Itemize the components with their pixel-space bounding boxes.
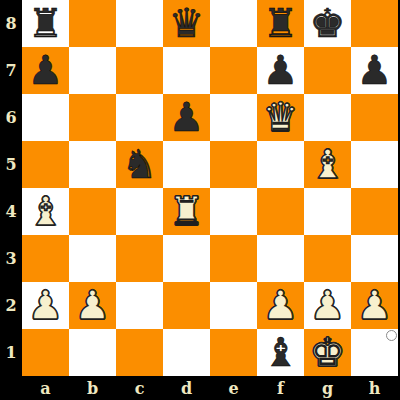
square-b4[interactable] xyxy=(69,188,116,235)
square-g7[interactable] xyxy=(304,47,351,94)
square-h8[interactable] xyxy=(351,0,398,47)
white-to-move-indicator xyxy=(386,330,397,341)
square-b6[interactable] xyxy=(69,94,116,141)
rank-label-1: 1 xyxy=(0,329,22,376)
file-labels: abcdefgh xyxy=(22,376,398,400)
rank-label-2: 2 xyxy=(0,282,22,329)
piece-black-pawn[interactable]: ♟ xyxy=(28,47,64,94)
square-a7[interactable]: ♟ xyxy=(22,47,69,94)
file-label-h: h xyxy=(351,376,398,400)
rank-label-8: 8 xyxy=(0,0,22,47)
piece-black-knight[interactable]: ♞ xyxy=(122,141,158,188)
square-e6[interactable] xyxy=(210,94,257,141)
square-a3[interactable] xyxy=(22,235,69,282)
square-d2[interactable] xyxy=(163,282,210,329)
square-h7[interactable]: ♟ xyxy=(351,47,398,94)
file-label-f: f xyxy=(257,376,304,400)
file-label-g: g xyxy=(304,376,351,400)
square-c3[interactable] xyxy=(116,235,163,282)
square-c8[interactable] xyxy=(116,0,163,47)
square-c1[interactable] xyxy=(116,329,163,376)
square-e5[interactable] xyxy=(210,141,257,188)
square-g5[interactable]: ♝ xyxy=(304,141,351,188)
square-c5[interactable]: ♞ xyxy=(116,141,163,188)
chess-diagram: 87654321 ♜♛♜♚♟♟♟♟♛♞♝♝♜♟♟♟♟♟♝♚ abcdefgh xyxy=(0,0,400,400)
piece-white-pawn[interactable]: ♟ xyxy=(310,282,346,329)
square-c2[interactable] xyxy=(116,282,163,329)
square-a5[interactable] xyxy=(22,141,69,188)
piece-black-pawn[interactable]: ♟ xyxy=(263,47,299,94)
square-f4[interactable] xyxy=(257,188,304,235)
square-b3[interactable] xyxy=(69,235,116,282)
square-f7[interactable]: ♟ xyxy=(257,47,304,94)
square-a6[interactable] xyxy=(22,94,69,141)
square-f8[interactable]: ♜ xyxy=(257,0,304,47)
piece-white-queen[interactable]: ♛ xyxy=(263,94,299,141)
square-h2[interactable]: ♟ xyxy=(351,282,398,329)
square-e2[interactable] xyxy=(210,282,257,329)
square-b2[interactable]: ♟ xyxy=(69,282,116,329)
rank-label-7: 7 xyxy=(0,47,22,94)
rank-label-5: 5 xyxy=(0,141,22,188)
square-f6[interactable]: ♛ xyxy=(257,94,304,141)
square-g1[interactable]: ♚ xyxy=(304,329,351,376)
square-b1[interactable] xyxy=(69,329,116,376)
square-c7[interactable] xyxy=(116,47,163,94)
piece-white-pawn[interactable]: ♟ xyxy=(28,282,64,329)
square-d7[interactable] xyxy=(163,47,210,94)
square-g4[interactable] xyxy=(304,188,351,235)
square-e1[interactable] xyxy=(210,329,257,376)
square-a8[interactable]: ♜ xyxy=(22,0,69,47)
piece-white-bishop[interactable]: ♝ xyxy=(310,141,346,188)
square-f3[interactable] xyxy=(257,235,304,282)
square-b7[interactable] xyxy=(69,47,116,94)
square-g8[interactable]: ♚ xyxy=(304,0,351,47)
piece-white-king[interactable]: ♚ xyxy=(310,329,346,376)
piece-white-pawn[interactable]: ♟ xyxy=(263,282,299,329)
square-d8[interactable]: ♛ xyxy=(163,0,210,47)
rank-label-4: 4 xyxy=(0,188,22,235)
file-label-d: d xyxy=(163,376,210,400)
rank-labels: 87654321 xyxy=(0,0,22,376)
piece-black-queen[interactable]: ♛ xyxy=(169,0,205,47)
square-h4[interactable] xyxy=(351,188,398,235)
square-b5[interactable] xyxy=(69,141,116,188)
square-b8[interactable] xyxy=(69,0,116,47)
square-g6[interactable] xyxy=(304,94,351,141)
file-label-b: b xyxy=(69,376,116,400)
piece-white-bishop[interactable]: ♝ xyxy=(28,188,64,235)
square-a4[interactable]: ♝ xyxy=(22,188,69,235)
square-c4[interactable] xyxy=(116,188,163,235)
square-f5[interactable] xyxy=(257,141,304,188)
square-d1[interactable] xyxy=(163,329,210,376)
file-label-c: c xyxy=(116,376,163,400)
square-e8[interactable] xyxy=(210,0,257,47)
file-label-a: a xyxy=(22,376,69,400)
square-c6[interactable] xyxy=(116,94,163,141)
rank-label-6: 6 xyxy=(0,94,22,141)
square-d4[interactable]: ♜ xyxy=(163,188,210,235)
piece-white-pawn[interactable]: ♟ xyxy=(357,282,393,329)
piece-black-rook[interactable]: ♜ xyxy=(263,0,299,47)
square-e3[interactable] xyxy=(210,235,257,282)
piece-black-king[interactable]: ♚ xyxy=(310,0,346,47)
square-d3[interactable] xyxy=(163,235,210,282)
square-e7[interactable] xyxy=(210,47,257,94)
square-f1[interactable]: ♝ xyxy=(257,329,304,376)
square-d5[interactable] xyxy=(163,141,210,188)
piece-white-rook[interactable]: ♜ xyxy=(169,188,205,235)
rank-label-3: 3 xyxy=(0,235,22,282)
file-label-e: e xyxy=(210,376,257,400)
square-a1[interactable] xyxy=(22,329,69,376)
square-a2[interactable]: ♟ xyxy=(22,282,69,329)
square-g2[interactable]: ♟ xyxy=(304,282,351,329)
square-h6[interactable] xyxy=(351,94,398,141)
square-f2[interactable]: ♟ xyxy=(257,282,304,329)
piece-black-pawn[interactable]: ♟ xyxy=(357,47,393,94)
piece-black-bishop[interactable]: ♝ xyxy=(263,329,299,376)
piece-black-rook[interactable]: ♜ xyxy=(28,0,64,47)
square-d6[interactable]: ♟ xyxy=(163,94,210,141)
board[interactable]: ♜♛♜♚♟♟♟♟♛♞♝♝♜♟♟♟♟♟♝♚ xyxy=(22,0,398,376)
square-g3[interactable] xyxy=(304,235,351,282)
piece-black-pawn[interactable]: ♟ xyxy=(169,94,205,141)
square-e4[interactable] xyxy=(210,188,257,235)
square-h3[interactable] xyxy=(351,235,398,282)
piece-white-pawn[interactable]: ♟ xyxy=(75,282,111,329)
square-h5[interactable] xyxy=(351,141,398,188)
